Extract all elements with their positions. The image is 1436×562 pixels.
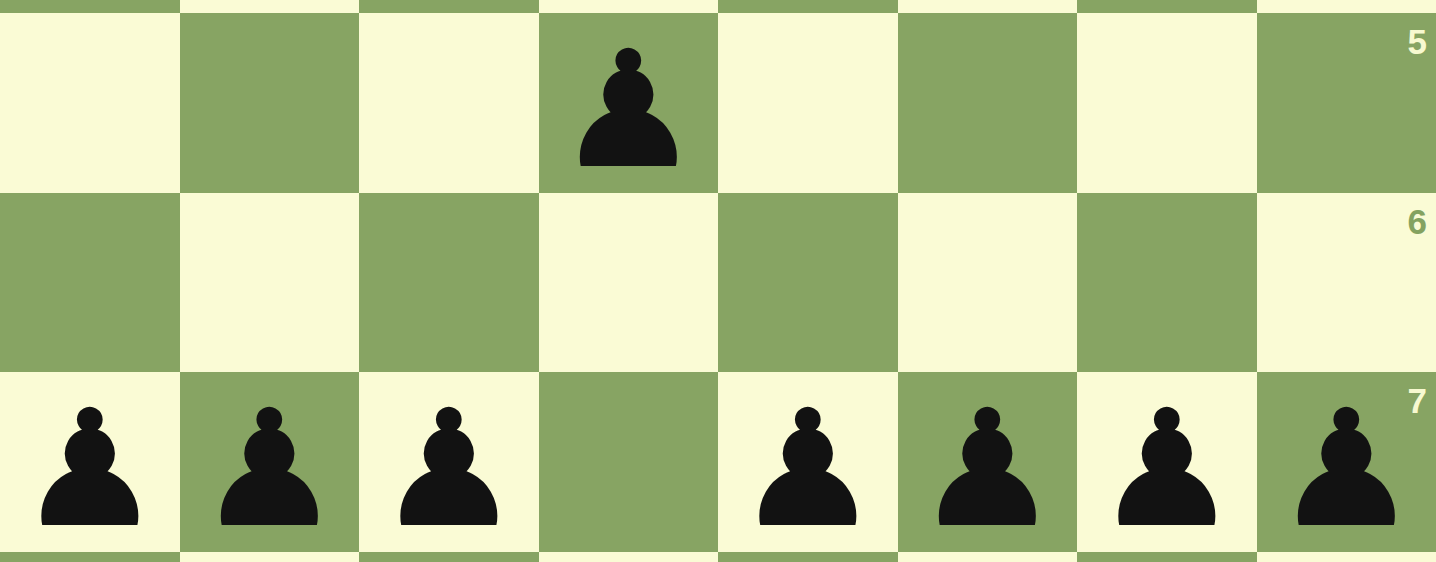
square-a6[interactable]: 6	[1257, 193, 1436, 373]
square-g4[interactable]	[180, 0, 360, 13]
black-pawn[interactable]: ♟	[556, 29, 701, 191]
black-pawn[interactable]: ♟	[197, 388, 342, 550]
square-g8[interactable]	[180, 552, 360, 562]
rank-label-6: 6	[1408, 204, 1427, 239]
square-c8[interactable]	[898, 552, 1078, 562]
square-h4[interactable]	[0, 0, 180, 13]
square-c7[interactable]: ♟	[898, 372, 1078, 552]
square-d4[interactable]	[718, 0, 898, 13]
square-a4[interactable]	[1257, 0, 1436, 13]
square-f8[interactable]	[359, 552, 539, 562]
square-h8[interactable]	[0, 552, 180, 562]
square-d5[interactable]	[718, 13, 898, 193]
square-b4[interactable]	[1077, 0, 1257, 13]
square-e6[interactable]	[539, 193, 719, 373]
square-d6[interactable]	[718, 193, 898, 373]
square-e8[interactable]	[539, 552, 719, 562]
rank-label-5: 5	[1408, 24, 1427, 59]
black-pawn[interactable]: ♟	[915, 388, 1060, 550]
square-e4[interactable]	[539, 0, 719, 13]
square-d8[interactable]	[718, 552, 898, 562]
square-f6[interactable]	[359, 193, 539, 373]
square-b5[interactable]	[1077, 13, 1257, 193]
board-viewport: ♟56♟♟♟♟♟♟7♟	[0, 0, 1436, 562]
square-b6[interactable]	[1077, 193, 1257, 373]
square-g5[interactable]	[180, 13, 360, 193]
black-pawn[interactable]: ♟	[1094, 388, 1239, 550]
chess-board[interactable]: ♟56♟♟♟♟♟♟7♟	[0, 0, 1436, 562]
square-b7[interactable]: ♟	[1077, 372, 1257, 552]
black-pawn[interactable]: ♟	[17, 388, 162, 550]
black-pawn[interactable]: ♟	[735, 388, 880, 550]
square-h7[interactable]: ♟	[0, 372, 180, 552]
square-e5[interactable]: ♟	[539, 13, 719, 193]
square-g7[interactable]: ♟	[180, 372, 360, 552]
square-e7[interactable]	[539, 372, 719, 552]
square-a5[interactable]: 5	[1257, 13, 1436, 193]
square-b8[interactable]	[1077, 552, 1257, 562]
square-c5[interactable]	[898, 13, 1078, 193]
square-d7[interactable]: ♟	[718, 372, 898, 552]
square-a7[interactable]: 7♟	[1257, 372, 1436, 552]
square-f5[interactable]	[359, 13, 539, 193]
black-pawn[interactable]: ♟	[376, 388, 521, 550]
square-g6[interactable]	[180, 193, 360, 373]
black-pawn[interactable]: ♟	[1274, 388, 1419, 550]
square-c4[interactable]	[898, 0, 1078, 13]
square-f4[interactable]	[359, 0, 539, 13]
square-c6[interactable]	[898, 193, 1078, 373]
square-h6[interactable]	[0, 193, 180, 373]
square-h5[interactable]	[0, 13, 180, 193]
square-a8[interactable]	[1257, 552, 1436, 562]
square-f7[interactable]: ♟	[359, 372, 539, 552]
